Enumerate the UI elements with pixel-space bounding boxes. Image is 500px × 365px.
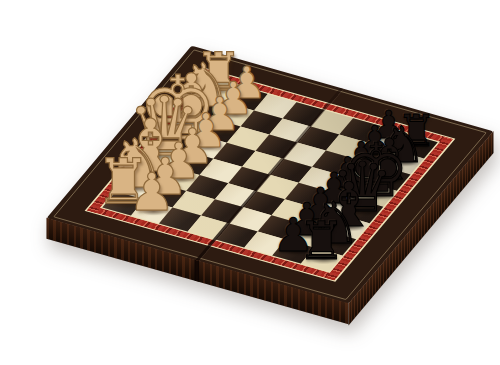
chess-piece-white-pawn-a2[interactable]: ♟ (128, 168, 174, 220)
pieces-layer: ♜♟♞♟♝♟♟♚♜♟♟♛♞♟♟♝♝♟♟♞♚♟♟♜♛♟♟♝♟♞♟♜ (0, 0, 500, 365)
chess-piece-black-rook-a8[interactable]: ♜ (298, 215, 345, 268)
chess-set-photo: ♜♟♞♟♝♟♟♚♜♟♟♛♞♟♟♝♝♟♟♞♚♟♟♜♛♟♟♝♟♞♟♜ (0, 0, 500, 365)
